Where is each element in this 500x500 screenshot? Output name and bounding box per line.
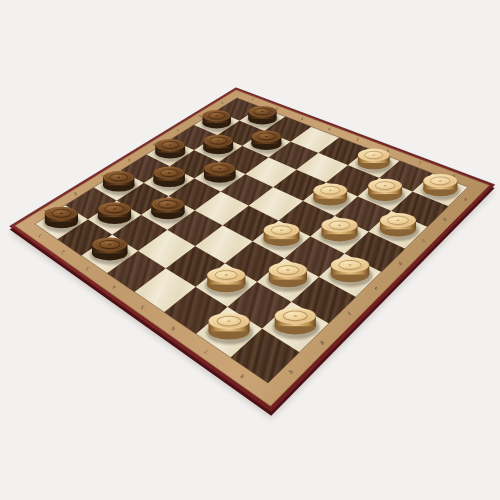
piece-dark-b1[interactable] [201, 110, 233, 132]
piece-dark-g2[interactable] [96, 202, 134, 228]
piece-light-a8[interactable] [422, 174, 461, 200]
piece-dark-f3[interactable] [149, 198, 187, 224]
piece-light-c8[interactable] [378, 213, 419, 241]
piece-light-b7[interactable] [366, 179, 405, 205]
piece-light-f7[interactable] [267, 262, 311, 292]
piece-light-a6[interactable] [356, 149, 392, 174]
piece-light-g8[interactable] [272, 308, 319, 340]
piece-light-e6[interactable] [262, 223, 303, 251]
piece-light-g6[interactable] [205, 267, 249, 297]
piece-light-c6[interactable] [312, 184, 350, 210]
board-scene: 12345678abcdefgh12345678abcdefgh [0, 0, 500, 500]
piece-light-d7[interactable] [320, 218, 361, 246]
piece-dark-h3[interactable] [90, 237, 130, 264]
piece-dark-e2[interactable] [152, 167, 188, 192]
piece-dark-h1[interactable] [43, 207, 81, 233]
piece-dark-d1[interactable] [154, 139, 188, 162]
piece-light-h7[interactable] [206, 313, 253, 345]
piece-dark-f1[interactable] [102, 171, 138, 195]
piece-dark-b3[interactable] [250, 130, 284, 153]
checkers-board: 12345678abcdefgh12345678abcdefgh [0, 0, 500, 500]
piece-light-e8[interactable] [329, 257, 373, 287]
piece-dark-c2[interactable] [202, 135, 236, 158]
piece-dark-a2[interactable] [247, 106, 279, 128]
piece-dark-d3[interactable] [202, 162, 238, 187]
